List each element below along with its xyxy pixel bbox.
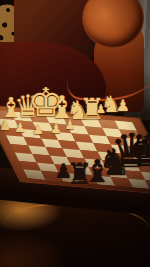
- black-king[interactable]: ♚: [128, 130, 150, 173]
- white-pawn[interactable]: ♟: [116, 98, 130, 114]
- pieces-layer: ♟♝♟♛♟♚♟♝♟♞♜♟♞♟♟♜♝♞♛♚: [0, 0, 150, 267]
- photo-chess-scene: ♟♝♟♛♟♚♟♝♟♞♜♟♞♟♟♜♝♞♛♚: [0, 0, 150, 267]
